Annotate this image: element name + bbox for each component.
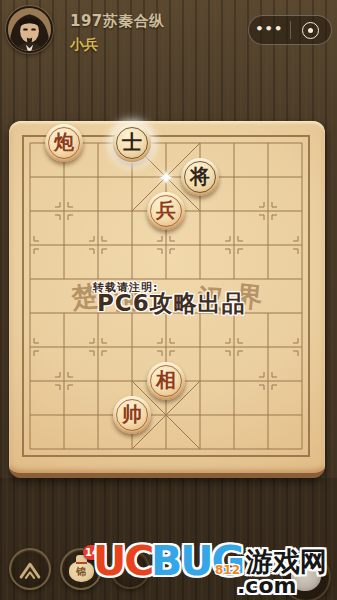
extra-button[interactable]: [110, 549, 150, 589]
circle-dot-icon: [302, 22, 319, 39]
avatar[interactable]: [6, 6, 53, 53]
piece-炮-red[interactable]: 炮: [45, 124, 83, 162]
piece-glyph: 将: [190, 166, 210, 186]
difficulty-label: 小兵: [70, 36, 98, 54]
piece-glyph: 炮: [54, 132, 74, 152]
level-title: 197苏秦合纵: [70, 12, 165, 31]
right-action-button[interactable]: [281, 552, 331, 600]
app-screen: 楚 河 汉 界 转载请注明: PC6攻略出品 炮士将兵相帅 ✦: [0, 0, 337, 600]
home-button[interactable]: [291, 16, 332, 44]
piece-将-black[interactable]: 将: [181, 158, 219, 196]
more-dots-icon: •••: [255, 22, 283, 39]
pc6-watermark-text: PC6攻略出品: [97, 288, 246, 319]
hint-count-badge: 14: [83, 545, 101, 560]
miniprogram-capsule: •••: [248, 15, 332, 45]
piece-士-black[interactable]: 士: [113, 124, 151, 162]
money-bag-icon: 锦: [69, 561, 94, 582]
piece-glyph: 兵: [156, 200, 176, 220]
top-bar: 197苏秦合纵 小兵 •••: [0, 0, 337, 60]
bag-label: 锦: [76, 567, 86, 577]
piece-glyph: 士: [122, 132, 142, 152]
piece-帅-red[interactable]: 帅: [113, 396, 151, 434]
character-portrait-icon: [8, 8, 51, 51]
sparkle-effect: ✦: [158, 167, 173, 188]
menu-button[interactable]: [9, 548, 51, 590]
more-button[interactable]: •••: [249, 16, 290, 44]
chevron-up-icon: [16, 556, 44, 582]
piece-相-red[interactable]: 相: [147, 362, 185, 400]
piece-glyph: 相: [156, 370, 176, 390]
piece-兵-red[interactable]: 兵: [147, 192, 185, 230]
bottom-bar: 锦 14: [0, 540, 337, 600]
piece-glyph: 帅: [122, 404, 142, 424]
